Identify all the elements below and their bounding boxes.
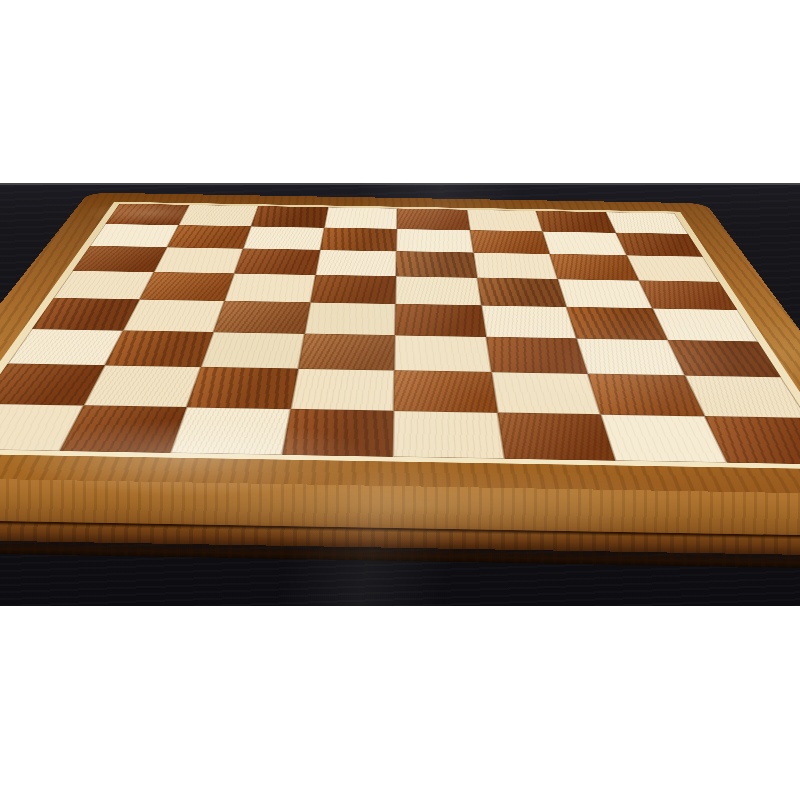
- product-photo-chessboard: [0, 0, 800, 800]
- square-r5c6: [481, 305, 576, 338]
- square-r2c3: [243, 226, 324, 250]
- square-r7c5: [394, 370, 497, 412]
- square-r2c2: [167, 225, 252, 249]
- square-r1c7: [536, 211, 615, 233]
- white-margin-bottom: [0, 606, 800, 800]
- square-r6c5: [394, 335, 491, 372]
- square-r1c3: [251, 206, 328, 227]
- square-r4c1: [54, 271, 154, 300]
- square-r3c8: [626, 255, 719, 282]
- square-r3c7: [550, 254, 639, 280]
- square-r7c3: [187, 367, 298, 409]
- board-squares: [0, 204, 800, 465]
- square-r3c2: [154, 247, 244, 273]
- square-r1c8: [605, 212, 688, 234]
- square-r1c6: [467, 210, 543, 232]
- square-r1c1: [105, 204, 188, 225]
- square-r1c2: [178, 205, 258, 226]
- square-r6c1: [8, 329, 123, 366]
- square-r2c7: [542, 231, 626, 255]
- square-r3c3: [234, 249, 319, 275]
- square-r2c4: [320, 228, 397, 252]
- square-r6c2: [104, 330, 213, 367]
- square-r5c8: [652, 308, 758, 341]
- square-r8c4: [282, 409, 394, 457]
- square-r4c4: [310, 275, 396, 304]
- square-r1c5: [397, 208, 470, 230]
- square-r6c3: [201, 332, 304, 369]
- square-r5c2: [123, 299, 225, 331]
- square-r4c6: [477, 278, 567, 307]
- square-r5c3: [213, 301, 310, 334]
- square-r2c1: [90, 224, 178, 248]
- square-r3c6: [473, 253, 558, 279]
- square-r8c5: [393, 411, 504, 459]
- square-r2c5: [396, 229, 473, 253]
- square-r4c3: [224, 273, 315, 302]
- square-r4c7: [558, 279, 652, 308]
- square-r3c1: [73, 246, 167, 272]
- square-r8c3: [170, 407, 290, 455]
- maple-inlay-border: [0, 202, 800, 470]
- square-r6c6: [486, 337, 588, 374]
- square-r7c4: [290, 369, 394, 411]
- square-r4c5: [395, 276, 480, 305]
- square-r1c4: [324, 207, 397, 229]
- square-r3c4: [315, 250, 396, 276]
- square-r7c2: [83, 365, 201, 407]
- square-r3c5: [396, 251, 477, 277]
- square-r2c8: [615, 233, 703, 257]
- square-r8c6: [497, 412, 615, 460]
- square-r4c8: [638, 280, 737, 310]
- square-r7c6: [491, 372, 601, 414]
- square-r6c4: [298, 334, 395, 371]
- square-r8c2: [59, 405, 187, 453]
- square-r5c5: [395, 304, 486, 337]
- square-r5c7: [566, 307, 667, 340]
- square-r2c6: [470, 230, 550, 254]
- square-r5c1: [32, 298, 139, 330]
- square-r7c8: [684, 375, 800, 417]
- board-top-surface-frame: [0, 193, 800, 496]
- square-r5c4: [304, 302, 395, 335]
- square-r6c8: [667, 340, 781, 377]
- square-r4c2: [139, 272, 234, 301]
